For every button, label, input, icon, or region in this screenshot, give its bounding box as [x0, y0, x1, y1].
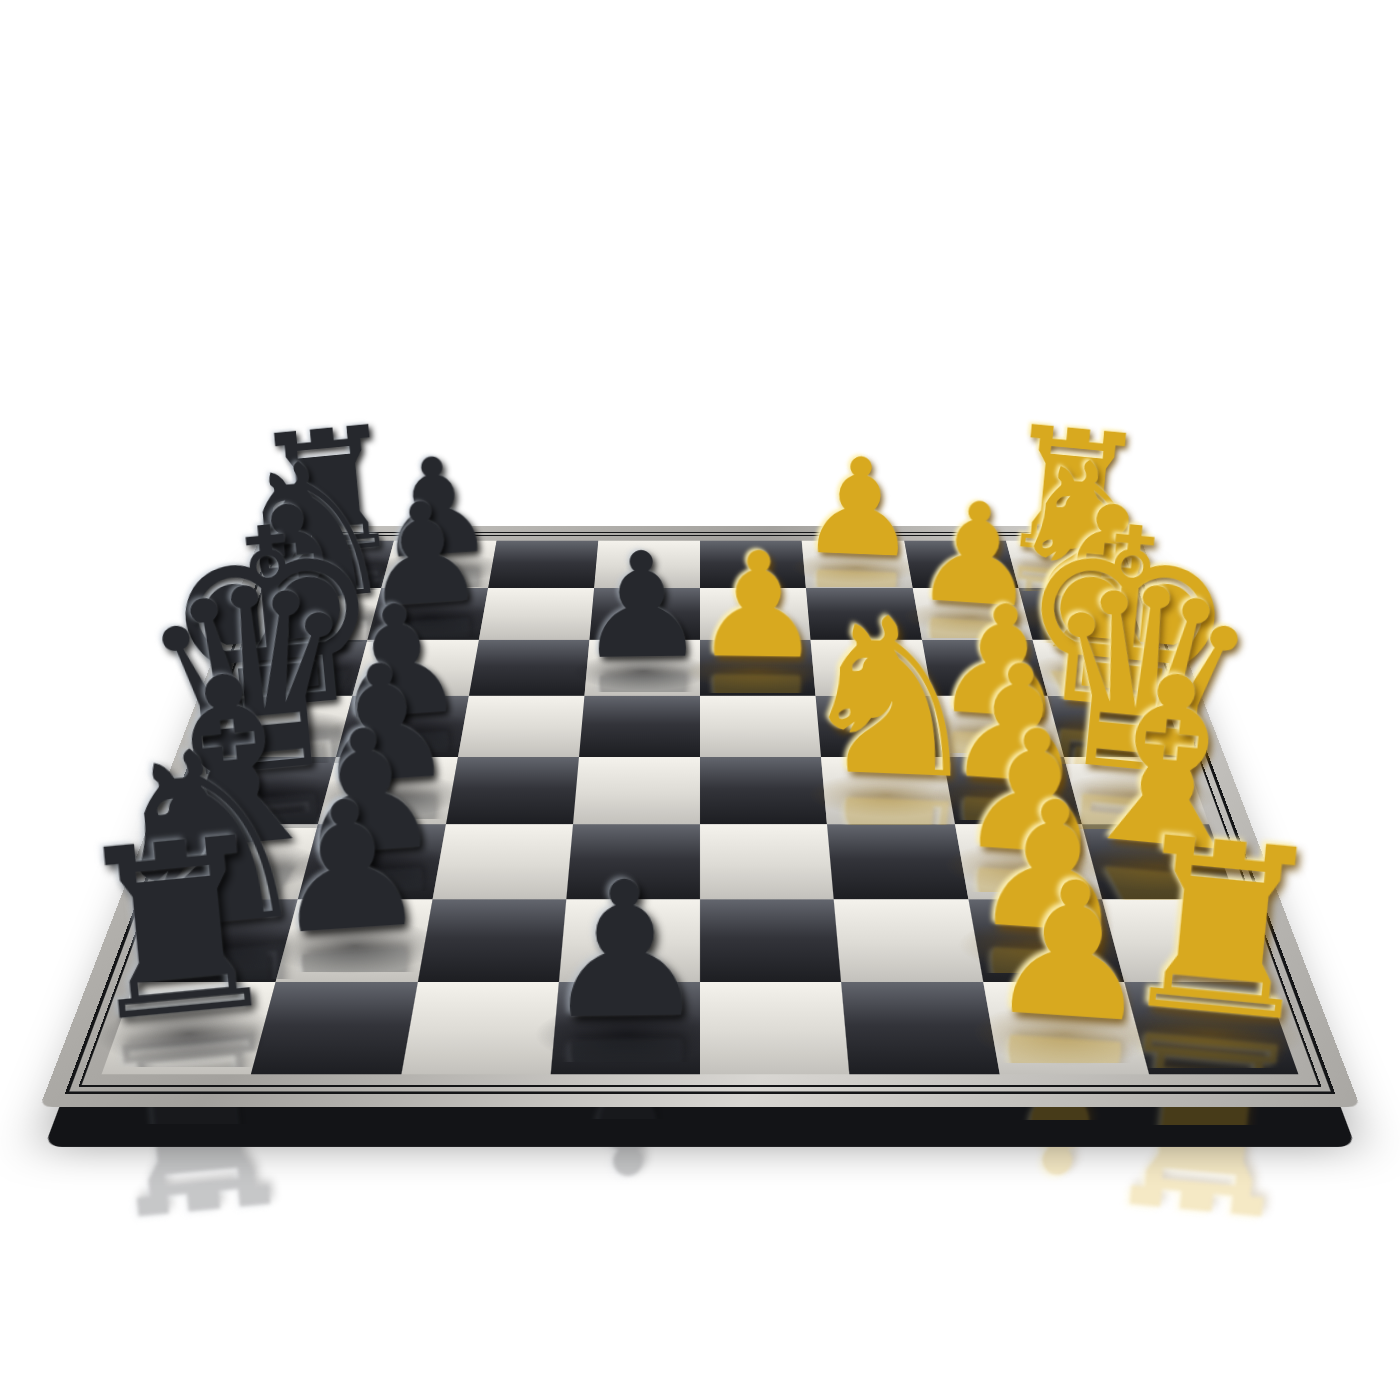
frame-pinstripe-inner: ♜♜♟♟♟♟♜♜♞♞♟♟♟♟♞♞♝♝♟♟♟♟♝♝♚♚♟♟♟♟♚♚♛♛♟♟♞♞♟♟… [79, 535, 1322, 1086]
square-d6[interactable] [445, 757, 578, 824]
square-a6[interactable] [401, 982, 559, 1074]
black-rook-a8[interactable]: ♜♜ [62, 812, 293, 1048]
square-a3[interactable] [841, 982, 999, 1074]
board-silver-frame: ♜♜♟♟♟♟♜♜♞♞♟♟♟♟♞♞♝♝♟♟♟♟♝♝♚♚♟♟♟♟♚♚♛♛♟♟♞♞♟♟… [39, 526, 1360, 1107]
piece-glyph: ♜ [62, 812, 293, 1048]
piece-mirror-reflection: ♟ [972, 1012, 1151, 1195]
square-a5[interactable]: ♟♟ [550, 982, 700, 1074]
square-a4[interactable] [700, 982, 850, 1074]
frame-pinstripe-outer: ♜♜♟♟♟♟♜♜♞♞♟♟♟♟♞♞♝♝♟♟♟♟♝♝♚♚♟♟♟♟♚♚♛♛♟♟♞♞♟♟… [65, 532, 1336, 1094]
chess-board: ♜♜♟♟♟♟♜♜♞♞♟♟♟♟♞♞♝♝♟♟♟♟♝♝♚♚♟♟♟♟♚♚♛♛♟♟♞♞♟♟… [39, 526, 1360, 1107]
square-a8[interactable]: ♜♜ [102, 982, 276, 1074]
black-pawn-a5[interactable]: ♟♟ [541, 865, 711, 1039]
photo-scene: ♜♜♟♟♟♟♜♜♞♞♟♟♟♟♞♞♝♝♟♟♟♟♝♝♚♚♟♟♟♟♚♚♛♛♟♟♞♞♟♟… [0, 0, 1400, 1400]
gold-rook-a1[interactable]: ♜♜ [1107, 812, 1338, 1048]
square-e5[interactable] [579, 696, 700, 757]
black-pawn-f5[interactable]: ♟♟ [576, 539, 708, 675]
square-f5[interactable]: ♟♟ [584, 640, 700, 696]
piece-mirror-reflection: ♟ [543, 1016, 713, 1190]
square-e6[interactable] [458, 696, 585, 757]
piece-glyph: ♜ [1107, 812, 1338, 1048]
piece-glyph: ♟ [541, 865, 711, 1039]
square-c3[interactable] [827, 824, 968, 899]
square-f6[interactable] [468, 640, 589, 696]
square-c4[interactable] [700, 824, 834, 899]
square-a1[interactable]: ♜♜ [1124, 982, 1298, 1074]
square-d5[interactable] [573, 757, 700, 824]
square-d3[interactable]: ♞♞ [821, 757, 954, 824]
square-b3[interactable] [834, 899, 983, 982]
board-grid: ♜♜♟♟♟♟♜♜♞♞♟♟♟♟♞♞♝♝♟♟♟♟♝♝♚♚♟♟♟♟♚♚♛♛♟♟♞♞♟♟… [102, 541, 1299, 1075]
square-b4[interactable] [700, 899, 841, 982]
piece-glyph: ♟ [576, 539, 708, 675]
